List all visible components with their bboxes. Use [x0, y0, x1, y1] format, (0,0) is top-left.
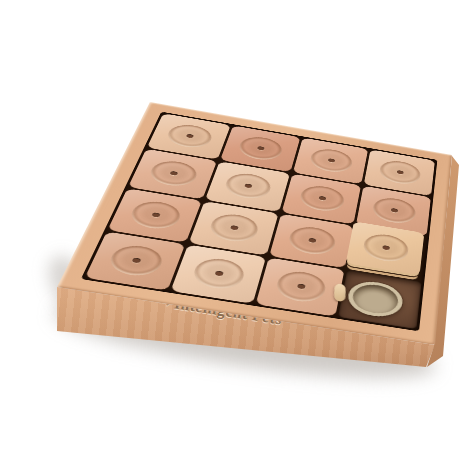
wooden-peg: [334, 283, 346, 302]
treat-cup: [345, 278, 404, 320]
tile-grid: [85, 113, 435, 329]
treat-cup-interior: [351, 282, 400, 317]
product-photo: MyIntelligent Pets®: [0, 0, 470, 470]
